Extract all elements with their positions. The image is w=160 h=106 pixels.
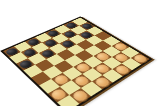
checkers-board-photo: [0, 0, 160, 106]
checkers-board: [0, 16, 152, 106]
